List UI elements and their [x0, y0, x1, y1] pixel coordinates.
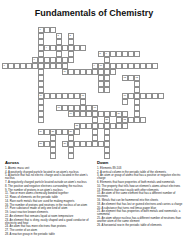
cell-number: 2 — [58, 34, 59, 36]
cell-number: 25 — [52, 130, 54, 132]
across-section: Across 1. Atomic mass unit4. A positivel… — [5, 161, 92, 237]
cell-number: 23 — [76, 124, 78, 126]
cell-number: 16 — [124, 94, 126, 96]
cell-number: 12 — [124, 76, 126, 78]
grid-cell — [122, 123, 128, 129]
clue-item: 28. A reactive group in the periodic tab… — [5, 233, 92, 236]
cell-number: 22 — [124, 118, 126, 120]
cell-number: 10 — [100, 64, 102, 66]
grid-cell — [134, 51, 140, 57]
down-clue-list: 1. Elements 89-1032. A vertical column i… — [97, 167, 185, 227]
across-clue-list: 1. Atomic mass unit4. A positively charg… — [5, 167, 92, 236]
cell-number: 28 — [64, 142, 66, 144]
cell-number: 19 — [70, 112, 72, 114]
down-section: Down 1. Elements 89-1032. A vertical col… — [97, 161, 185, 228]
grid-cell — [104, 153, 110, 159]
down-header: Down — [97, 161, 185, 166]
cell-number: 5 — [100, 52, 101, 54]
cell-number: 20 — [118, 112, 120, 114]
grid-cell — [158, 93, 164, 99]
across-header: Across — [5, 161, 92, 166]
cell-number: 6 — [106, 52, 107, 54]
cell-number: 24 — [40, 130, 42, 132]
clue-item: 26. A horizontal row in the periodic tab… — [97, 224, 185, 227]
grid-cell — [68, 57, 74, 63]
grid-cell — [110, 69, 116, 75]
cell-number: 8 — [4, 64, 5, 66]
cell-number: 15 — [82, 94, 84, 96]
grid-cell — [74, 129, 80, 135]
cell-number: 27 — [40, 142, 42, 144]
cell-number: 26 — [70, 130, 72, 132]
page-title: Fundamentals of Chemistry — [0, 8, 188, 18]
grid-cell — [152, 63, 158, 69]
cell-number: 1 — [40, 28, 41, 30]
cell-number: 9 — [94, 64, 95, 66]
grid-cell — [104, 87, 110, 93]
cell-number: 14 — [40, 94, 42, 96]
cell-number: 3 — [70, 34, 71, 36]
grid-cell — [50, 153, 56, 159]
grid-cell — [80, 45, 86, 51]
cell-number: 18 — [94, 106, 96, 108]
cell-number: 7 — [34, 58, 35, 60]
grid-cell — [38, 117, 44, 123]
cell-number: 21 — [106, 118, 108, 120]
grid-cell — [140, 117, 146, 123]
grid-cell — [68, 153, 74, 159]
cell-number: 4 — [46, 46, 47, 48]
cell-number: 11 — [64, 70, 66, 72]
cell-number: 13 — [136, 76, 138, 78]
cell-number: 17 — [58, 106, 60, 108]
crossword-grid: 1234567891011121314151617181920212223242… — [2, 27, 166, 161]
grid-cell — [122, 99, 128, 105]
